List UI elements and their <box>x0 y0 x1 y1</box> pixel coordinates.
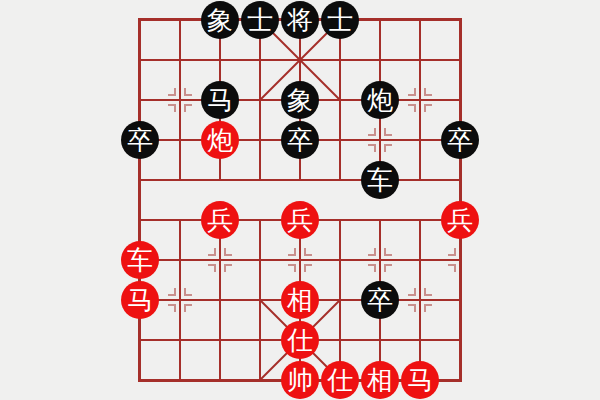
point-marker <box>184 288 192 296</box>
piece-black-elephant[interactable]: 象 <box>281 81 319 119</box>
point-marker <box>424 88 432 96</box>
point-marker <box>184 304 192 312</box>
piece-red-general[interactable]: 帅 <box>281 361 319 399</box>
board-line <box>259 219 261 381</box>
point-marker <box>168 88 176 96</box>
point-marker <box>424 104 432 112</box>
piece-black-chariot[interactable]: 车 <box>361 161 399 199</box>
point-marker <box>304 248 312 256</box>
piece-red-cannon[interactable]: 炮 <box>201 121 239 159</box>
point-marker <box>304 264 312 272</box>
piece-black-elephant[interactable]: 象 <box>201 1 239 39</box>
point-marker <box>224 248 232 256</box>
board-line <box>179 19 181 181</box>
board-line <box>179 219 181 381</box>
piece-red-soldier[interactable]: 兵 <box>281 201 319 239</box>
board-line <box>419 219 421 381</box>
point-marker <box>408 88 416 96</box>
piece-black-advisor[interactable]: 士 <box>241 1 279 39</box>
board-border <box>459 18 462 382</box>
piece-black-soldier[interactable]: 卒 <box>361 281 399 319</box>
point-marker <box>288 264 296 272</box>
piece-red-advisor[interactable]: 仕 <box>281 321 319 359</box>
point-marker <box>208 264 216 272</box>
piece-red-elephant[interactable]: 相 <box>361 361 399 399</box>
board-line <box>339 19 341 181</box>
piece-black-advisor[interactable]: 士 <box>321 1 359 39</box>
point-marker <box>384 144 392 152</box>
point-marker <box>208 248 216 256</box>
point-marker <box>168 104 176 112</box>
board-line <box>339 219 341 381</box>
point-marker <box>168 304 176 312</box>
board-border <box>138 18 141 382</box>
piece-red-horse[interactable]: 马 <box>121 281 159 319</box>
piece-black-soldier[interactable]: 卒 <box>281 121 319 159</box>
point-marker <box>424 304 432 312</box>
point-marker <box>424 288 432 296</box>
piece-red-chariot[interactable]: 车 <box>121 241 159 279</box>
piece-red-soldier[interactable]: 兵 <box>201 201 239 239</box>
piece-black-horse[interactable]: 马 <box>201 81 239 119</box>
point-marker <box>384 248 392 256</box>
point-marker <box>184 104 192 112</box>
piece-red-soldier[interactable]: 兵 <box>441 201 479 239</box>
point-marker <box>368 264 376 272</box>
point-marker <box>224 264 232 272</box>
point-marker <box>448 264 456 272</box>
xiangqi-board[interactable]: 象士将士马象炮卒炮卒卒车兵兵兵车马相卒仕帅仕相马 <box>0 0 600 400</box>
board-line <box>259 19 261 181</box>
point-marker <box>184 88 192 96</box>
point-marker <box>288 248 296 256</box>
piece-black-cannon[interactable]: 炮 <box>361 81 399 119</box>
point-marker <box>408 304 416 312</box>
board-line <box>419 19 421 181</box>
point-marker <box>368 248 376 256</box>
board-line <box>219 219 221 381</box>
point-marker <box>168 288 176 296</box>
piece-red-advisor[interactable]: 仕 <box>321 361 359 399</box>
point-marker <box>368 128 376 136</box>
point-marker <box>448 248 456 256</box>
piece-red-horse[interactable]: 马 <box>401 361 439 399</box>
piece-black-soldier[interactable]: 卒 <box>121 121 159 159</box>
point-marker <box>384 128 392 136</box>
piece-black-general[interactable]: 将 <box>281 1 319 39</box>
point-marker <box>368 144 376 152</box>
xiangqi-app: 象士将士马象炮卒炮卒卒车兵兵兵车马相卒仕帅仕相马 <box>0 0 600 400</box>
piece-black-soldier[interactable]: 卒 <box>441 121 479 159</box>
piece-red-elephant[interactable]: 相 <box>281 281 319 319</box>
point-marker <box>384 264 392 272</box>
point-marker <box>408 288 416 296</box>
point-marker <box>408 104 416 112</box>
